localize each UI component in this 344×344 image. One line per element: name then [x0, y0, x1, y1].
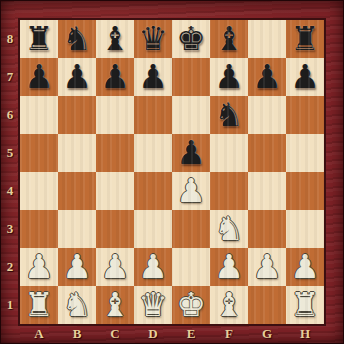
- square-b8[interactable]: ♞: [58, 20, 96, 58]
- square-g8[interactable]: [248, 20, 286, 58]
- square-d1[interactable]: ♛: [134, 286, 172, 324]
- piece-black-rook[interactable]: ♜: [24, 20, 54, 58]
- square-b3[interactable]: [58, 210, 96, 248]
- square-g4[interactable]: [248, 172, 286, 210]
- square-b7[interactable]: ♟: [58, 58, 96, 96]
- rank-label-2: 2: [0, 248, 20, 286]
- square-d3[interactable]: [134, 210, 172, 248]
- piece-black-pawn[interactable]: ♟: [176, 134, 206, 172]
- square-f6[interactable]: ♞: [210, 96, 248, 134]
- piece-black-pawn[interactable]: ♟: [252, 58, 282, 96]
- piece-black-pawn[interactable]: ♟: [24, 58, 54, 96]
- piece-black-pawn[interactable]: ♟: [214, 58, 244, 96]
- piece-white-pawn[interactable]: ♟: [24, 248, 54, 286]
- file-label-b: B: [58, 324, 96, 344]
- piece-white-knight[interactable]: ♞: [214, 210, 244, 248]
- file-label-d: D: [134, 324, 172, 344]
- piece-black-bishop[interactable]: ♝: [100, 20, 130, 58]
- piece-black-pawn[interactable]: ♟: [290, 58, 320, 96]
- file-label-a: A: [20, 324, 58, 344]
- piece-white-knight[interactable]: ♞: [62, 286, 92, 324]
- square-d2[interactable]: ♟: [134, 248, 172, 286]
- square-c5[interactable]: [96, 134, 134, 172]
- square-h3[interactable]: [286, 210, 324, 248]
- piece-black-pawn[interactable]: ♟: [100, 58, 130, 96]
- square-e1[interactable]: ♚: [172, 286, 210, 324]
- square-h2[interactable]: ♟: [286, 248, 324, 286]
- square-c8[interactable]: ♝: [96, 20, 134, 58]
- square-a8[interactable]: ♜: [20, 20, 58, 58]
- rank-label-5: 5: [0, 134, 20, 172]
- square-c4[interactable]: [96, 172, 134, 210]
- file-label-e: E: [172, 324, 210, 344]
- piece-black-king[interactable]: ♚: [176, 20, 206, 58]
- square-h4[interactable]: [286, 172, 324, 210]
- file-label-g: G: [248, 324, 286, 344]
- piece-black-rook[interactable]: ♜: [290, 20, 320, 58]
- rank-label-3: 3: [0, 210, 20, 248]
- square-d4[interactable]: [134, 172, 172, 210]
- file-labels: ABCDEFGH: [20, 324, 324, 344]
- square-g2[interactable]: ♟: [248, 248, 286, 286]
- square-e4[interactable]: ♟: [172, 172, 210, 210]
- piece-white-queen[interactable]: ♛: [138, 286, 168, 324]
- square-e6[interactable]: [172, 96, 210, 134]
- square-e3[interactable]: [172, 210, 210, 248]
- square-g6[interactable]: [248, 96, 286, 134]
- square-a7[interactable]: ♟: [20, 58, 58, 96]
- square-h5[interactable]: [286, 134, 324, 172]
- piece-white-bishop[interactable]: ♝: [214, 286, 244, 324]
- square-g1[interactable]: [248, 286, 286, 324]
- square-h7[interactable]: ♟: [286, 58, 324, 96]
- square-b2[interactable]: ♟: [58, 248, 96, 286]
- square-a4[interactable]: [20, 172, 58, 210]
- rank-labels: 87654321: [0, 20, 20, 324]
- piece-white-pawn[interactable]: ♟: [176, 172, 206, 210]
- square-f4[interactable]: [210, 172, 248, 210]
- square-b4[interactable]: [58, 172, 96, 210]
- piece-white-pawn[interactable]: ♟: [100, 248, 130, 286]
- square-a6[interactable]: [20, 96, 58, 134]
- square-c2[interactable]: ♟: [96, 248, 134, 286]
- rank-label-8: 8: [0, 20, 20, 58]
- piece-black-bishop[interactable]: ♝: [214, 20, 244, 58]
- piece-black-pawn[interactable]: ♟: [138, 58, 168, 96]
- square-f5[interactable]: [210, 134, 248, 172]
- piece-white-pawn[interactable]: ♟: [290, 248, 320, 286]
- piece-white-king[interactable]: ♚: [176, 286, 206, 324]
- piece-black-queen[interactable]: ♛: [138, 20, 168, 58]
- chessboard-widget: 87654321 ♜♞♝♛♚♝♜♟♟♟♟♟♟♟♞♟♟♞♟♟♟♟♟♟♟♜♞♝♛♚♝…: [0, 0, 344, 344]
- piece-black-pawn[interactable]: ♟: [62, 58, 92, 96]
- square-f3[interactable]: ♞: [210, 210, 248, 248]
- chess-board[interactable]: ♜♞♝♛♚♝♜♟♟♟♟♟♟♟♞♟♟♞♟♟♟♟♟♟♟♜♞♝♛♚♝♜: [20, 20, 324, 324]
- square-d6[interactable]: [134, 96, 172, 134]
- piece-white-rook[interactable]: ♜: [24, 286, 54, 324]
- square-g7[interactable]: ♟: [248, 58, 286, 96]
- piece-white-pawn[interactable]: ♟: [214, 248, 244, 286]
- square-h6[interactable]: [286, 96, 324, 134]
- square-c6[interactable]: [96, 96, 134, 134]
- square-g5[interactable]: [248, 134, 286, 172]
- square-f1[interactable]: ♝: [210, 286, 248, 324]
- square-c3[interactable]: [96, 210, 134, 248]
- file-label-c: C: [96, 324, 134, 344]
- piece-white-pawn[interactable]: ♟: [62, 248, 92, 286]
- square-f2[interactable]: ♟: [210, 248, 248, 286]
- square-b5[interactable]: [58, 134, 96, 172]
- square-a5[interactable]: [20, 134, 58, 172]
- square-e7[interactable]: [172, 58, 210, 96]
- rank-label-1: 1: [0, 286, 20, 324]
- square-e8[interactable]: ♚: [172, 20, 210, 58]
- square-e5[interactable]: ♟: [172, 134, 210, 172]
- file-label-f: F: [210, 324, 248, 344]
- square-a3[interactable]: [20, 210, 58, 248]
- square-g3[interactable]: [248, 210, 286, 248]
- square-f8[interactable]: ♝: [210, 20, 248, 58]
- square-a2[interactable]: ♟: [20, 248, 58, 286]
- square-c1[interactable]: ♝: [96, 286, 134, 324]
- square-e2[interactable]: [172, 248, 210, 286]
- piece-white-rook[interactable]: ♜: [290, 286, 320, 324]
- rank-label-6: 6: [0, 96, 20, 134]
- square-d8[interactable]: ♛: [134, 20, 172, 58]
- square-a1[interactable]: ♜: [20, 286, 58, 324]
- rank-label-7: 7: [0, 58, 20, 96]
- piece-white-bishop[interactable]: ♝: [100, 286, 130, 324]
- square-d7[interactable]: ♟: [134, 58, 172, 96]
- square-h8[interactable]: ♜: [286, 20, 324, 58]
- piece-white-pawn[interactable]: ♟: [252, 248, 282, 286]
- rank-label-4: 4: [0, 172, 20, 210]
- square-c7[interactable]: ♟: [96, 58, 134, 96]
- square-f7[interactable]: ♟: [210, 58, 248, 96]
- file-label-h: H: [286, 324, 324, 344]
- square-b6[interactable]: [58, 96, 96, 134]
- piece-white-pawn[interactable]: ♟: [138, 248, 168, 286]
- piece-black-knight[interactable]: ♞: [214, 96, 244, 134]
- square-d5[interactable]: [134, 134, 172, 172]
- square-b1[interactable]: ♞: [58, 286, 96, 324]
- piece-black-knight[interactable]: ♞: [62, 20, 92, 58]
- square-h1[interactable]: ♜: [286, 286, 324, 324]
